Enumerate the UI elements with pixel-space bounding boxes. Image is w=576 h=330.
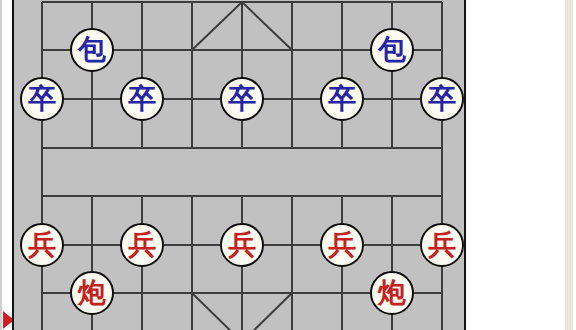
piece-red-soldier[interactable]: 兵 [320,223,364,267]
xiangqi-board[interactable]: 包包卒卒卒卒卒兵兵兵兵兵炮炮 [14,0,466,330]
piece-black-soldier[interactable]: 卒 [420,77,464,121]
piece-red-soldier[interactable]: 兵 [120,223,164,267]
piece-black-soldier[interactable]: 卒 [120,77,164,121]
piece-red-soldier[interactable]: 兵 [420,223,464,267]
left-gutter [0,0,12,330]
piece-black-soldier[interactable]: 卒 [220,77,264,121]
piece-red-soldier[interactable]: 兵 [20,223,64,267]
app-window: 包包卒卒卒卒卒兵兵兵兵兵炮炮 [0,0,576,330]
piece-red-cannon[interactable]: 炮 [370,271,414,315]
panel-edge-stripe [565,0,573,330]
piece-black-soldier[interactable]: 卒 [320,77,364,121]
piece-red-cannon[interactable]: 炮 [70,271,114,315]
piece-red-soldier[interactable]: 兵 [220,223,264,267]
piece-black-soldier[interactable]: 卒 [20,77,64,121]
gutter-divider [0,0,2,330]
right-panel [466,0,576,330]
piece-black-cannon[interactable]: 包 [70,28,114,72]
piece-black-cannon[interactable]: 包 [370,28,414,72]
